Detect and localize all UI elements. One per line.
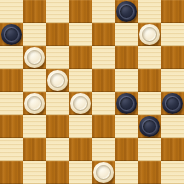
square-e3[interactable] bbox=[92, 115, 115, 138]
square-g2 bbox=[138, 138, 161, 161]
square-g8 bbox=[138, 0, 161, 23]
white-man-ring bbox=[27, 96, 42, 111]
white-man-ring bbox=[142, 27, 157, 42]
square-c8 bbox=[46, 0, 69, 23]
square-c6 bbox=[46, 46, 69, 69]
square-h7 bbox=[161, 23, 184, 46]
square-e4 bbox=[92, 92, 115, 115]
square-a2 bbox=[0, 138, 23, 161]
square-h4[interactable] bbox=[161, 92, 184, 115]
square-f1 bbox=[115, 161, 138, 184]
square-b8[interactable] bbox=[23, 0, 46, 23]
square-d1 bbox=[69, 161, 92, 184]
square-h8[interactable] bbox=[161, 0, 184, 23]
square-f4[interactable] bbox=[115, 92, 138, 115]
square-d8[interactable] bbox=[69, 0, 92, 23]
square-c3[interactable] bbox=[46, 115, 69, 138]
square-a7[interactable] bbox=[0, 23, 23, 46]
square-g5[interactable] bbox=[138, 69, 161, 92]
square-f5 bbox=[115, 69, 138, 92]
square-b3 bbox=[23, 115, 46, 138]
square-d7 bbox=[69, 23, 92, 46]
square-a6 bbox=[0, 46, 23, 69]
black-man[interactable] bbox=[139, 116, 160, 137]
black-man[interactable] bbox=[162, 93, 183, 114]
square-d3 bbox=[69, 115, 92, 138]
square-d5 bbox=[69, 69, 92, 92]
square-f2[interactable] bbox=[115, 138, 138, 161]
square-d2[interactable] bbox=[69, 138, 92, 161]
square-c1[interactable] bbox=[46, 161, 69, 184]
square-b6[interactable] bbox=[23, 46, 46, 69]
white-man[interactable] bbox=[24, 93, 45, 114]
square-f7 bbox=[115, 23, 138, 46]
square-a5[interactable] bbox=[0, 69, 23, 92]
checkers-board bbox=[0, 0, 184, 184]
square-e1[interactable] bbox=[92, 161, 115, 184]
black-man[interactable] bbox=[116, 93, 137, 114]
white-man[interactable] bbox=[70, 93, 91, 114]
square-b2[interactable] bbox=[23, 138, 46, 161]
square-h3 bbox=[161, 115, 184, 138]
white-man-ring bbox=[73, 96, 88, 111]
black-man[interactable] bbox=[1, 24, 22, 45]
square-c4 bbox=[46, 92, 69, 115]
square-b4[interactable] bbox=[23, 92, 46, 115]
board-container bbox=[0, 0, 184, 184]
black-man-ring bbox=[4, 27, 19, 42]
white-man[interactable] bbox=[93, 162, 114, 183]
white-man[interactable] bbox=[47, 70, 68, 91]
black-man-ring bbox=[119, 96, 134, 111]
square-h6[interactable] bbox=[161, 46, 184, 69]
square-a1[interactable] bbox=[0, 161, 23, 184]
white-man[interactable] bbox=[24, 47, 45, 68]
white-man-ring bbox=[27, 50, 42, 65]
square-g3[interactable] bbox=[138, 115, 161, 138]
white-man-ring bbox=[50, 73, 65, 88]
white-man[interactable] bbox=[139, 24, 160, 45]
square-h1 bbox=[161, 161, 184, 184]
square-c2 bbox=[46, 138, 69, 161]
square-d4[interactable] bbox=[69, 92, 92, 115]
black-man-ring bbox=[142, 119, 157, 134]
square-f3 bbox=[115, 115, 138, 138]
square-h2[interactable] bbox=[161, 138, 184, 161]
black-man-ring bbox=[165, 96, 180, 111]
square-c7[interactable] bbox=[46, 23, 69, 46]
square-a3[interactable] bbox=[0, 115, 23, 138]
black-man-ring bbox=[119, 4, 134, 19]
square-f8[interactable] bbox=[115, 0, 138, 23]
square-b7 bbox=[23, 23, 46, 46]
square-e5[interactable] bbox=[92, 69, 115, 92]
black-man[interactable] bbox=[116, 1, 137, 22]
square-e2 bbox=[92, 138, 115, 161]
square-d6[interactable] bbox=[69, 46, 92, 69]
square-a4 bbox=[0, 92, 23, 115]
square-f6[interactable] bbox=[115, 46, 138, 69]
white-man-ring bbox=[96, 165, 111, 180]
square-g4 bbox=[138, 92, 161, 115]
square-h5 bbox=[161, 69, 184, 92]
square-b1 bbox=[23, 161, 46, 184]
square-g6 bbox=[138, 46, 161, 69]
square-g1[interactable] bbox=[138, 161, 161, 184]
square-e7[interactable] bbox=[92, 23, 115, 46]
square-e6 bbox=[92, 46, 115, 69]
square-c5[interactable] bbox=[46, 69, 69, 92]
square-b5 bbox=[23, 69, 46, 92]
square-g7[interactable] bbox=[138, 23, 161, 46]
square-e8 bbox=[92, 0, 115, 23]
square-a8 bbox=[0, 0, 23, 23]
